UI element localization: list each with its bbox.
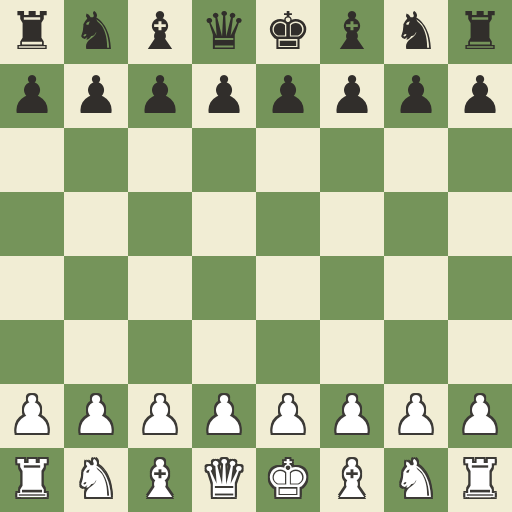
chess-board: ♜♞♝♛♚♝♞♜♟♟♟♟♟♟♟♟♟♟♟♟♟♟♟♟♜♞♝♛♚♝♞♜ [0, 0, 512, 512]
square-g6[interactable] [384, 128, 448, 192]
square-d8[interactable]: ♛ [192, 0, 256, 64]
square-a8[interactable]: ♜ [0, 0, 64, 64]
square-b1[interactable]: ♞ [64, 448, 128, 512]
piece-white-pawn[interactable]: ♟ [137, 383, 184, 447]
piece-white-king[interactable]: ♚ [265, 447, 312, 511]
piece-black-pawn[interactable]: ♟ [265, 63, 312, 127]
piece-black-pawn[interactable]: ♟ [329, 63, 376, 127]
square-h3[interactable] [448, 320, 512, 384]
piece-black-bishop[interactable]: ♝ [137, 0, 184, 63]
piece-white-rook[interactable]: ♜ [9, 447, 56, 511]
square-a3[interactable] [0, 320, 64, 384]
square-e1[interactable]: ♚ [256, 448, 320, 512]
square-c2[interactable]: ♟ [128, 384, 192, 448]
piece-black-pawn[interactable]: ♟ [457, 63, 504, 127]
square-a5[interactable] [0, 192, 64, 256]
square-e4[interactable] [256, 256, 320, 320]
piece-white-pawn[interactable]: ♟ [329, 383, 376, 447]
square-f8[interactable]: ♝ [320, 0, 384, 64]
square-g4[interactable] [384, 256, 448, 320]
square-c8[interactable]: ♝ [128, 0, 192, 64]
square-c4[interactable] [128, 256, 192, 320]
square-a2[interactable]: ♟ [0, 384, 64, 448]
square-c7[interactable]: ♟ [128, 64, 192, 128]
square-a7[interactable]: ♟ [0, 64, 64, 128]
square-e6[interactable] [256, 128, 320, 192]
square-h5[interactable] [448, 192, 512, 256]
square-b8[interactable]: ♞ [64, 0, 128, 64]
piece-black-knight[interactable]: ♞ [73, 0, 120, 63]
square-d1[interactable]: ♛ [192, 448, 256, 512]
square-g2[interactable]: ♟ [384, 384, 448, 448]
square-g3[interactable] [384, 320, 448, 384]
square-d4[interactable] [192, 256, 256, 320]
piece-black-king[interactable]: ♚ [265, 0, 312, 63]
square-e8[interactable]: ♚ [256, 0, 320, 64]
piece-white-pawn[interactable]: ♟ [457, 383, 504, 447]
piece-black-knight[interactable]: ♞ [393, 0, 440, 63]
square-b3[interactable] [64, 320, 128, 384]
piece-white-bishop[interactable]: ♝ [137, 447, 184, 511]
square-c5[interactable] [128, 192, 192, 256]
square-e3[interactable] [256, 320, 320, 384]
square-e7[interactable]: ♟ [256, 64, 320, 128]
square-c3[interactable] [128, 320, 192, 384]
square-c1[interactable]: ♝ [128, 448, 192, 512]
piece-black-pawn[interactable]: ♟ [9, 63, 56, 127]
piece-black-pawn[interactable]: ♟ [137, 63, 184, 127]
square-h4[interactable] [448, 256, 512, 320]
square-b7[interactable]: ♟ [64, 64, 128, 128]
square-d5[interactable] [192, 192, 256, 256]
square-a6[interactable] [0, 128, 64, 192]
piece-white-knight[interactable]: ♞ [393, 447, 440, 511]
square-f3[interactable] [320, 320, 384, 384]
piece-white-pawn[interactable]: ♟ [73, 383, 120, 447]
square-g1[interactable]: ♞ [384, 448, 448, 512]
square-g5[interactable] [384, 192, 448, 256]
piece-white-pawn[interactable]: ♟ [201, 383, 248, 447]
square-f4[interactable] [320, 256, 384, 320]
square-b6[interactable] [64, 128, 128, 192]
piece-black-queen[interactable]: ♛ [201, 0, 248, 63]
square-b4[interactable] [64, 256, 128, 320]
piece-white-bishop[interactable]: ♝ [329, 447, 376, 511]
square-d7[interactable]: ♟ [192, 64, 256, 128]
square-f5[interactable] [320, 192, 384, 256]
piece-black-rook[interactable]: ♜ [9, 0, 56, 63]
piece-black-pawn[interactable]: ♟ [393, 63, 440, 127]
square-e2[interactable]: ♟ [256, 384, 320, 448]
square-h8[interactable]: ♜ [448, 0, 512, 64]
square-b5[interactable] [64, 192, 128, 256]
square-f6[interactable] [320, 128, 384, 192]
square-c6[interactable] [128, 128, 192, 192]
square-b2[interactable]: ♟ [64, 384, 128, 448]
piece-white-pawn[interactable]: ♟ [9, 383, 56, 447]
square-e5[interactable] [256, 192, 320, 256]
square-a4[interactable] [0, 256, 64, 320]
piece-white-queen[interactable]: ♛ [201, 447, 248, 511]
square-d3[interactable] [192, 320, 256, 384]
square-d2[interactable]: ♟ [192, 384, 256, 448]
square-d6[interactable] [192, 128, 256, 192]
piece-white-pawn[interactable]: ♟ [393, 383, 440, 447]
square-h7[interactable]: ♟ [448, 64, 512, 128]
piece-black-pawn[interactable]: ♟ [73, 63, 120, 127]
piece-white-knight[interactable]: ♞ [73, 447, 120, 511]
square-g8[interactable]: ♞ [384, 0, 448, 64]
square-h6[interactable] [448, 128, 512, 192]
square-f7[interactable]: ♟ [320, 64, 384, 128]
square-h2[interactable]: ♟ [448, 384, 512, 448]
piece-white-rook[interactable]: ♜ [457, 447, 504, 511]
square-a1[interactable]: ♜ [0, 448, 64, 512]
square-f2[interactable]: ♟ [320, 384, 384, 448]
square-h1[interactable]: ♜ [448, 448, 512, 512]
square-f1[interactable]: ♝ [320, 448, 384, 512]
piece-black-pawn[interactable]: ♟ [201, 63, 248, 127]
piece-white-pawn[interactable]: ♟ [265, 383, 312, 447]
piece-black-bishop[interactable]: ♝ [329, 0, 376, 63]
square-g7[interactable]: ♟ [384, 64, 448, 128]
piece-black-rook[interactable]: ♜ [457, 0, 504, 63]
